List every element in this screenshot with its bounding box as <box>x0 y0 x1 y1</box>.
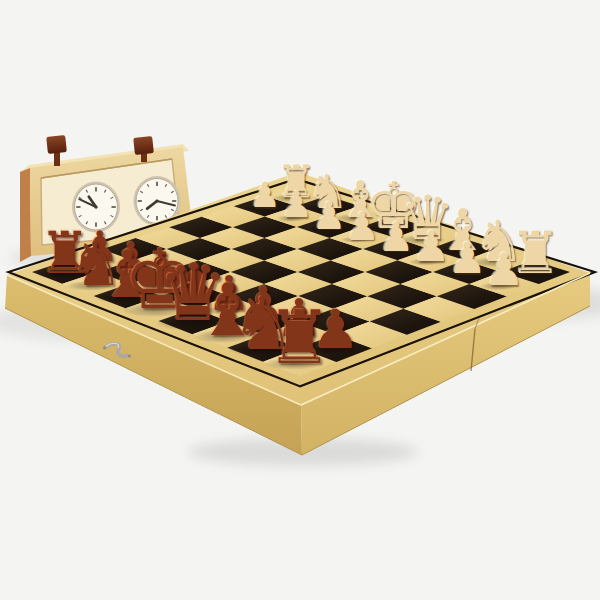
board-box <box>5 172 595 455</box>
chess-board <box>0 0 600 600</box>
scene: ♜♞♟♝♟♚♟♛♟♝♟♞♟♟♟♜♜♟♞♟♟♝♟♚♟♛♟♝♟♞♟♜ <box>0 0 600 600</box>
